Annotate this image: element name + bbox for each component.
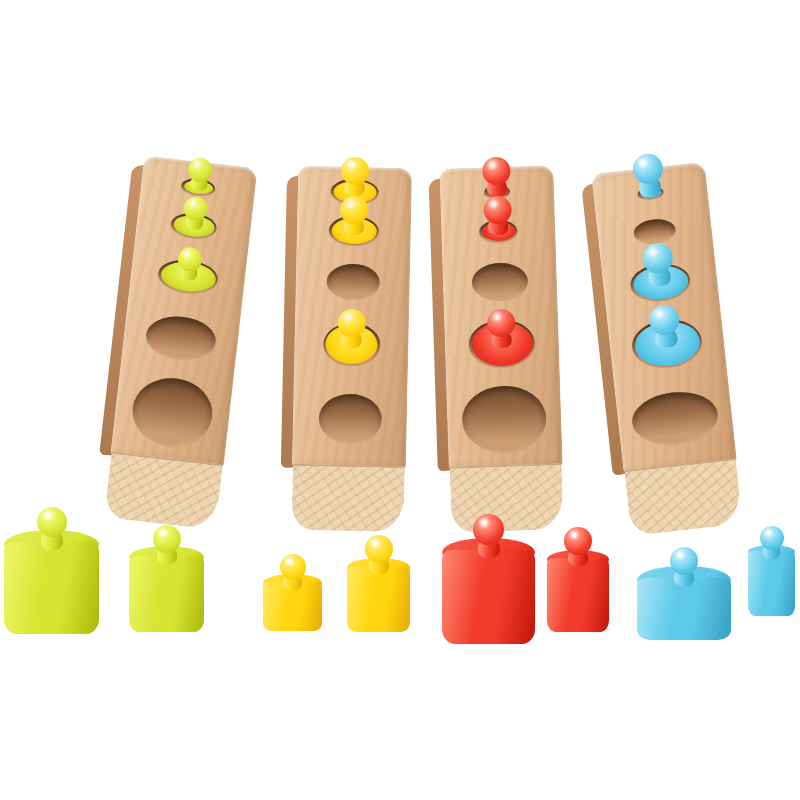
loose-cylinder-red-largest[interactable] — [442, 508, 535, 644]
wood-grain — [292, 466, 405, 532]
knob-ball — [473, 514, 504, 545]
cylinder-body — [347, 566, 410, 632]
loose-cylinder-blue-wide-flat[interactable] — [637, 546, 731, 640]
knob-ball — [153, 525, 181, 553]
cylinder-body — [129, 556, 204, 632]
loose-cylinder-blue-small[interactable] — [748, 522, 795, 616]
loose-cylinder-green-large[interactable] — [129, 519, 204, 632]
loose-cylinder-yellow-small-short[interactable] — [263, 548, 322, 631]
loose-cylinder-yellow-tall[interactable] — [347, 528, 410, 632]
loose-cylinder-red-tall-narrow[interactable] — [547, 521, 609, 632]
cylinder-body — [442, 550, 535, 644]
block-top-face — [439, 165, 562, 468]
block-top-face — [292, 166, 412, 468]
scene — [0, 0, 800, 800]
block-front-face — [624, 458, 742, 536]
cylinder-body — [637, 578, 731, 640]
cylinder-body — [547, 558, 609, 632]
knob-ball — [37, 507, 67, 537]
knob-ball — [760, 526, 784, 550]
knob-ball — [365, 535, 393, 563]
cylinder-block-yellow[interactable] — [291, 166, 413, 532]
cylinder-block-red[interactable] — [439, 165, 564, 532]
knob-ball — [564, 527, 592, 555]
block-front-face — [292, 464, 405, 532]
cylinder-block-blue[interactable] — [591, 162, 744, 536]
wood-grain — [625, 460, 743, 536]
cylinder-body — [4, 542, 99, 634]
loose-cylinder-green-largest[interactable] — [4, 504, 99, 634]
cylinder-block-green[interactable] — [103, 156, 257, 531]
knob-ball — [670, 547, 698, 575]
cylinder-body — [748, 551, 795, 616]
knob-ball — [280, 554, 306, 580]
